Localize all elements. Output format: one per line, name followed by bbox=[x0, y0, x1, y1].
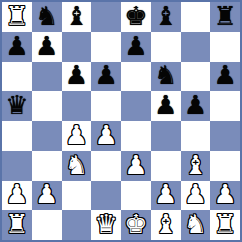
square-d7[interactable] bbox=[91, 32, 121, 62]
piece-white-pawn[interactable]: ♟ bbox=[154, 181, 177, 207]
piece-white-rook[interactable]: ♜ bbox=[213, 211, 236, 237]
square-h4[interactable] bbox=[210, 121, 240, 151]
square-g8[interactable] bbox=[181, 2, 211, 32]
square-d2[interactable] bbox=[91, 181, 121, 211]
square-c6[interactable]: ♟ bbox=[62, 62, 92, 92]
square-e6[interactable] bbox=[121, 62, 151, 92]
square-a3[interactable] bbox=[2, 151, 32, 181]
square-c4[interactable]: ♟ bbox=[62, 121, 92, 151]
square-h5[interactable] bbox=[210, 91, 240, 121]
square-d8[interactable] bbox=[91, 2, 121, 32]
piece-black-pawn[interactable]: ♟ bbox=[94, 62, 117, 88]
square-d5[interactable] bbox=[91, 91, 121, 121]
square-d6[interactable]: ♟ bbox=[91, 62, 121, 92]
square-e7[interactable]: ♟ bbox=[121, 32, 151, 62]
square-g6[interactable] bbox=[181, 62, 211, 92]
square-b1[interactable] bbox=[32, 210, 62, 240]
square-a1[interactable]: ♜ bbox=[2, 210, 32, 240]
piece-black-knight[interactable]: ♞ bbox=[35, 3, 58, 29]
square-e1[interactable]: ♚ bbox=[121, 210, 151, 240]
square-a6[interactable] bbox=[2, 62, 32, 92]
piece-black-queen[interactable]: ♛ bbox=[5, 92, 28, 118]
square-g3[interactable]: ♝ bbox=[181, 151, 211, 181]
square-c1[interactable] bbox=[62, 210, 92, 240]
piece-black-pawn[interactable]: ♟ bbox=[213, 62, 236, 88]
square-g7[interactable] bbox=[181, 32, 211, 62]
square-f6[interactable]: ♞ bbox=[151, 62, 181, 92]
piece-white-pawn[interactable]: ♟ bbox=[184, 181, 207, 207]
square-g1[interactable]: ♞ bbox=[181, 210, 211, 240]
square-a4[interactable] bbox=[2, 121, 32, 151]
square-e2[interactable] bbox=[121, 181, 151, 211]
piece-white-pawn[interactable]: ♟ bbox=[124, 152, 147, 178]
square-d4[interactable]: ♟ bbox=[91, 121, 121, 151]
piece-black-bishop[interactable]: ♝ bbox=[154, 3, 177, 29]
square-h1[interactable]: ♜ bbox=[210, 210, 240, 240]
square-b5[interactable] bbox=[32, 91, 62, 121]
piece-black-pawn[interactable]: ♟ bbox=[65, 62, 88, 88]
square-e5[interactable] bbox=[121, 91, 151, 121]
square-f2[interactable]: ♟ bbox=[151, 181, 181, 211]
square-b2[interactable]: ♟ bbox=[32, 181, 62, 211]
piece-white-bishop[interactable]: ♝ bbox=[154, 211, 177, 237]
square-g5[interactable]: ♟ bbox=[181, 91, 211, 121]
piece-white-pawn[interactable]: ♟ bbox=[94, 122, 117, 148]
square-e3[interactable]: ♟ bbox=[121, 151, 151, 181]
piece-white-pawn[interactable]: ♟ bbox=[213, 181, 236, 207]
piece-white-rook[interactable]: ♜ bbox=[5, 3, 28, 29]
square-h6[interactable]: ♟ bbox=[210, 62, 240, 92]
square-a2[interactable]: ♟ bbox=[2, 181, 32, 211]
square-h3[interactable] bbox=[210, 151, 240, 181]
piece-white-pawn[interactable]: ♟ bbox=[35, 181, 58, 207]
square-c5[interactable] bbox=[62, 91, 92, 121]
square-c8[interactable]: ♝ bbox=[62, 2, 92, 32]
square-f3[interactable] bbox=[151, 151, 181, 181]
square-e8[interactable]: ♚ bbox=[121, 2, 151, 32]
piece-white-pawn[interactable]: ♟ bbox=[5, 181, 28, 207]
square-b3[interactable] bbox=[32, 151, 62, 181]
piece-black-pawn[interactable]: ♟ bbox=[184, 92, 207, 118]
chess-board: ♜♞♝♚♝♜♟♟♟♟♟♞♟♛♟♟♟♟♞♟♝♟♟♟♟♟♜♛♚♝♞♜ bbox=[0, 0, 242, 242]
square-a8[interactable]: ♜ bbox=[2, 2, 32, 32]
piece-black-pawn[interactable]: ♟ bbox=[124, 33, 147, 59]
piece-white-king[interactable]: ♚ bbox=[124, 211, 147, 237]
piece-black-bishop[interactable]: ♝ bbox=[65, 3, 88, 29]
square-c3[interactable]: ♞ bbox=[62, 151, 92, 181]
square-d3[interactable] bbox=[91, 151, 121, 181]
square-h7[interactable] bbox=[210, 32, 240, 62]
square-b7[interactable]: ♟ bbox=[32, 32, 62, 62]
piece-black-pawn[interactable]: ♟ bbox=[154, 92, 177, 118]
piece-black-knight[interactable]: ♞ bbox=[154, 62, 177, 88]
piece-white-rook[interactable]: ♜ bbox=[5, 211, 28, 237]
square-d1[interactable]: ♛ bbox=[91, 210, 121, 240]
square-h8[interactable]: ♜ bbox=[210, 2, 240, 32]
square-a5[interactable]: ♛ bbox=[2, 91, 32, 121]
piece-white-pawn[interactable]: ♟ bbox=[65, 122, 88, 148]
square-f7[interactable] bbox=[151, 32, 181, 62]
square-a7[interactable]: ♟ bbox=[2, 32, 32, 62]
piece-white-knight[interactable]: ♞ bbox=[184, 211, 207, 237]
square-f1[interactable]: ♝ bbox=[151, 210, 181, 240]
square-b8[interactable]: ♞ bbox=[32, 2, 62, 32]
piece-white-knight[interactable]: ♞ bbox=[65, 152, 88, 178]
square-h2[interactable]: ♟ bbox=[210, 181, 240, 211]
square-f5[interactable]: ♟ bbox=[151, 91, 181, 121]
square-b4[interactable] bbox=[32, 121, 62, 151]
piece-black-king[interactable]: ♚ bbox=[124, 3, 147, 29]
piece-black-rook[interactable]: ♜ bbox=[213, 3, 236, 29]
piece-black-pawn[interactable]: ♟ bbox=[35, 33, 58, 59]
square-g2[interactable]: ♟ bbox=[181, 181, 211, 211]
piece-black-pawn[interactable]: ♟ bbox=[5, 33, 28, 59]
piece-white-queen[interactable]: ♛ bbox=[94, 211, 117, 237]
square-c7[interactable] bbox=[62, 32, 92, 62]
square-e4[interactable] bbox=[121, 121, 151, 151]
piece-white-bishop[interactable]: ♝ bbox=[184, 152, 207, 178]
square-c2[interactable] bbox=[62, 181, 92, 211]
square-f8[interactable]: ♝ bbox=[151, 2, 181, 32]
square-f4[interactable] bbox=[151, 121, 181, 151]
square-b6[interactable] bbox=[32, 62, 62, 92]
square-g4[interactable] bbox=[181, 121, 211, 151]
